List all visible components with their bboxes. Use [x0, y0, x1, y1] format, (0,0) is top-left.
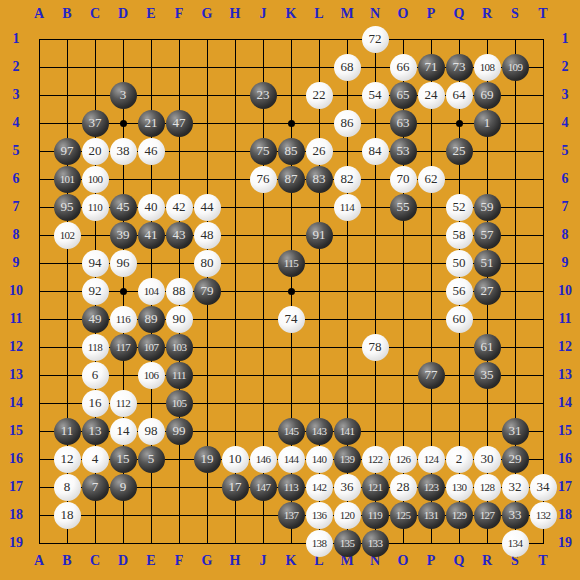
- go-stone-white-54: 54: [362, 82, 389, 109]
- move-number: 53: [397, 143, 410, 159]
- go-stone-black-113: 113: [278, 474, 305, 501]
- move-number: 119: [368, 509, 382, 521]
- go-stone-white-110: 110: [82, 194, 109, 221]
- move-number: 140: [312, 453, 327, 465]
- go-stone-black-79: 79: [194, 278, 221, 305]
- go-stone-white-18: 18: [54, 502, 81, 529]
- move-number: 47: [173, 115, 186, 131]
- go-stone-black-145: 145: [278, 418, 305, 445]
- column-label-bottom-q: Q: [445, 548, 473, 574]
- column-label-top-d: D: [109, 1, 137, 27]
- column-label-top-b: B: [53, 1, 81, 27]
- column-label-top-e: E: [137, 1, 165, 27]
- go-stone-white-136: 136: [306, 502, 333, 529]
- go-stone-black-9: 9: [110, 474, 137, 501]
- go-stone-black-57: 57: [474, 222, 501, 249]
- go-stone-black-77: 77: [418, 362, 445, 389]
- go-stone-white-32: 32: [502, 474, 529, 501]
- column-label-top-m: M: [333, 1, 361, 27]
- move-number: 30: [481, 451, 494, 467]
- move-number: 141: [340, 425, 355, 437]
- go-stone-black-75: 75: [250, 138, 277, 165]
- go-stone-white-44: 44: [194, 194, 221, 221]
- go-stone-white-2: 2: [446, 446, 473, 473]
- row-label-left-8: 8: [2, 221, 30, 249]
- move-number: 103: [172, 341, 187, 353]
- move-number: 105: [172, 397, 187, 409]
- move-number: 139: [340, 453, 355, 465]
- move-number: 132: [536, 509, 551, 521]
- move-number: 125: [396, 509, 411, 521]
- move-number: 21: [145, 115, 158, 131]
- row-label-left-18: 18: [2, 501, 30, 529]
- move-number: 62: [425, 171, 438, 187]
- move-number: 86: [341, 115, 354, 131]
- go-stone-white-140: 140: [306, 446, 333, 473]
- move-number: 3: [120, 87, 127, 103]
- move-number: 4: [92, 451, 99, 467]
- move-number: 120: [340, 509, 355, 521]
- row-label-left-4: 4: [2, 109, 30, 137]
- column-label-top-f: F: [165, 1, 193, 27]
- go-stone-black-103: 103: [166, 334, 193, 361]
- go-stone-white-56: 56: [446, 278, 473, 305]
- move-number: 73: [453, 59, 466, 75]
- row-label-left-5: 5: [2, 137, 30, 165]
- row-label-right-9: 9: [551, 249, 579, 277]
- move-number: 9: [120, 479, 127, 495]
- move-number: 35: [481, 367, 494, 383]
- column-label-bottom-p: P: [417, 548, 445, 574]
- go-stone-black-129: 129: [446, 502, 473, 529]
- move-number: 96: [117, 255, 130, 271]
- go-stone-white-40: 40: [138, 194, 165, 221]
- move-number: 2: [456, 451, 463, 467]
- go-stone-white-128: 128: [474, 474, 501, 501]
- move-number: 99: [173, 423, 186, 439]
- go-stone-white-52: 52: [446, 194, 473, 221]
- move-number: 58: [453, 227, 466, 243]
- go-stone-black-11: 11: [54, 418, 81, 445]
- go-stone-black-53: 53: [390, 138, 417, 165]
- move-number: 79: [201, 283, 214, 299]
- go-stone-white-120: 120: [334, 502, 361, 529]
- row-label-left-17: 17: [2, 473, 30, 501]
- move-number: 118: [88, 341, 102, 353]
- go-stone-black-127: 127: [474, 502, 501, 529]
- go-stone-black-117: 117: [110, 334, 137, 361]
- row-label-left-14: 14: [2, 389, 30, 417]
- move-number: 49: [89, 311, 102, 327]
- move-number: 129: [452, 509, 467, 521]
- move-number: 71: [425, 59, 438, 75]
- move-number: 41: [145, 227, 158, 243]
- row-label-left-2: 2: [2, 53, 30, 81]
- move-number: 48: [201, 227, 214, 243]
- go-stone-white-26: 26: [306, 138, 333, 165]
- move-number: 10: [229, 451, 242, 467]
- column-label-top-q: Q: [445, 1, 473, 27]
- move-number: 130: [452, 481, 467, 493]
- move-number: 126: [396, 453, 411, 465]
- move-number: 36: [341, 479, 354, 495]
- go-stone-white-102: 102: [54, 222, 81, 249]
- move-number: 18: [61, 507, 74, 523]
- go-stone-black-89: 89: [138, 306, 165, 333]
- go-stone-white-50: 50: [446, 250, 473, 277]
- go-stone-black-45: 45: [110, 194, 137, 221]
- move-number: 16: [89, 395, 102, 411]
- move-number: 65: [397, 87, 410, 103]
- go-stone-white-86: 86: [334, 110, 361, 137]
- move-number: 69: [481, 87, 494, 103]
- move-number: 127: [480, 509, 495, 521]
- go-stone-white-126: 126: [390, 446, 417, 473]
- go-stone-black-51: 51: [474, 250, 501, 277]
- column-label-bottom-d: D: [109, 548, 137, 574]
- move-number: 131: [424, 509, 439, 521]
- column-label-top-g: G: [193, 1, 221, 27]
- column-label-top-r: R: [473, 1, 501, 27]
- row-label-left-11: 11: [2, 305, 30, 333]
- go-stone-black-137: 137: [278, 502, 305, 529]
- go-stone-black-19: 19: [194, 446, 221, 473]
- move-number: 146: [256, 453, 271, 465]
- go-stone-white-28: 28: [390, 474, 417, 501]
- go-stone-white-16: 16: [82, 390, 109, 417]
- go-board: 1234567891011121314151617181920212223242…: [0, 0, 580, 580]
- move-number: 75: [257, 143, 270, 159]
- go-stone-white-100: 100: [82, 166, 109, 193]
- move-number: 23: [257, 87, 270, 103]
- hoshi-point-k10: [288, 288, 295, 295]
- move-number: 64: [453, 87, 466, 103]
- go-stone-black-73: 73: [446, 54, 473, 81]
- move-number: 108: [480, 61, 495, 73]
- column-label-top-s: S: [501, 1, 529, 27]
- move-number: 107: [144, 341, 159, 353]
- go-stone-black-63: 63: [390, 110, 417, 137]
- go-stone-black-101: 101: [54, 166, 81, 193]
- go-stone-black-139: 139: [334, 446, 361, 473]
- move-number: 7: [92, 479, 99, 495]
- move-number: 110: [88, 201, 102, 213]
- go-stone-white-84: 84: [362, 138, 389, 165]
- go-stone-white-48: 48: [194, 222, 221, 249]
- column-label-top-n: N: [361, 1, 389, 27]
- move-number: 137: [284, 509, 299, 521]
- move-number: 98: [145, 423, 158, 439]
- go-stone-black-83: 83: [306, 166, 333, 193]
- go-stone-white-20: 20: [82, 138, 109, 165]
- column-label-top-k: K: [277, 1, 305, 27]
- go-stone-white-24: 24: [418, 82, 445, 109]
- move-number: 122: [368, 453, 383, 465]
- move-number: 29: [509, 451, 522, 467]
- move-number: 147: [256, 481, 271, 493]
- move-number: 70: [397, 171, 410, 187]
- row-label-left-13: 13: [2, 361, 30, 389]
- go-stone-black-21: 21: [138, 110, 165, 137]
- move-number: 121: [368, 481, 383, 493]
- move-number: 144: [284, 453, 299, 465]
- go-stone-black-147: 147: [250, 474, 277, 501]
- go-stone-black-35: 35: [474, 362, 501, 389]
- go-stone-white-12: 12: [54, 446, 81, 473]
- go-stone-white-114: 114: [334, 194, 361, 221]
- hoshi-point-q4: [456, 120, 463, 127]
- move-number: 114: [340, 201, 354, 213]
- row-label-right-2: 2: [551, 53, 579, 81]
- row-label-right-10: 10: [551, 277, 579, 305]
- move-number: 94: [89, 255, 102, 271]
- move-number: 106: [144, 369, 159, 381]
- go-stone-black-17: 17: [222, 474, 249, 501]
- move-number: 77: [425, 367, 438, 383]
- column-label-top-c: C: [81, 1, 109, 27]
- go-stone-white-116: 116: [110, 306, 137, 333]
- move-number: 84: [369, 143, 382, 159]
- go-stone-white-34: 34: [530, 474, 557, 501]
- move-number: 123: [424, 481, 439, 493]
- row-label-right-4: 4: [551, 109, 579, 137]
- move-number: 66: [397, 59, 410, 75]
- go-stone-black-31: 31: [502, 418, 529, 445]
- column-label-bottom-r: R: [473, 548, 501, 574]
- go-stone-black-1: 1: [474, 110, 501, 137]
- move-number: 33: [509, 507, 522, 523]
- go-stone-black-97: 97: [54, 138, 81, 165]
- go-stone-black-143: 143: [306, 418, 333, 445]
- go-stone-black-115: 115: [278, 250, 305, 277]
- move-number: 11: [61, 423, 74, 439]
- move-number: 145: [284, 425, 299, 437]
- move-number: 80: [201, 255, 214, 271]
- row-label-right-1: 1: [551, 25, 579, 53]
- move-number: 55: [397, 199, 410, 215]
- move-number: 101: [60, 173, 75, 185]
- move-number: 46: [145, 143, 158, 159]
- move-number: 24: [425, 87, 438, 103]
- move-number: 112: [116, 397, 130, 409]
- column-label-top-l: L: [305, 1, 333, 27]
- go-stone-black-5: 5: [138, 446, 165, 473]
- column-label-top-p: P: [417, 1, 445, 27]
- go-stone-white-74: 74: [278, 306, 305, 333]
- move-number: 8: [64, 479, 71, 495]
- column-label-bottom-k: K: [277, 548, 305, 574]
- go-stone-white-22: 22: [306, 82, 333, 109]
- move-number: 76: [257, 171, 270, 187]
- move-number: 56: [453, 283, 466, 299]
- go-stone-black-61: 61: [474, 334, 501, 361]
- move-number: 88: [173, 283, 186, 299]
- go-stone-black-43: 43: [166, 222, 193, 249]
- go-stone-black-85: 85: [278, 138, 305, 165]
- move-number: 95: [61, 199, 74, 215]
- column-label-top-j: J: [249, 1, 277, 27]
- go-stone-white-6: 6: [82, 362, 109, 389]
- go-stone-black-7: 7: [82, 474, 109, 501]
- go-stone-black-27: 27: [474, 278, 501, 305]
- go-stone-white-146: 146: [250, 446, 277, 473]
- row-label-left-10: 10: [2, 277, 30, 305]
- move-number: 5: [148, 451, 155, 467]
- move-number: 12: [61, 451, 74, 467]
- go-stone-black-69: 69: [474, 82, 501, 109]
- go-stone-black-87: 87: [278, 166, 305, 193]
- move-number: 1: [484, 115, 491, 131]
- go-stone-black-109: 109: [502, 54, 529, 81]
- go-stone-black-141: 141: [334, 418, 361, 445]
- row-label-right-12: 12: [551, 333, 579, 361]
- go-stone-black-91: 91: [306, 222, 333, 249]
- go-stone-white-36: 36: [334, 474, 361, 501]
- go-stone-white-42: 42: [166, 194, 193, 221]
- column-label-top-o: O: [389, 1, 417, 27]
- go-stone-white-8: 8: [54, 474, 81, 501]
- go-stone-white-78: 78: [362, 334, 389, 361]
- go-stone-white-132: 132: [530, 502, 557, 529]
- move-number: 134: [508, 537, 523, 549]
- column-label-bottom-e: E: [137, 548, 165, 574]
- row-label-left-1: 1: [2, 25, 30, 53]
- go-stone-black-121: 121: [362, 474, 389, 501]
- column-label-top-t: T: [529, 1, 557, 27]
- go-stone-white-88: 88: [166, 278, 193, 305]
- move-number: 128: [480, 481, 495, 493]
- move-number: 74: [285, 311, 298, 327]
- go-stone-black-111: 111: [166, 362, 193, 389]
- go-stone-black-133: 133: [362, 530, 389, 557]
- move-number: 34: [537, 479, 550, 495]
- move-number: 138: [312, 537, 327, 549]
- move-number: 117: [116, 341, 130, 353]
- move-number: 61: [481, 339, 494, 355]
- go-stone-black-13: 13: [82, 418, 109, 445]
- row-label-left-16: 16: [2, 445, 30, 473]
- move-number: 63: [397, 115, 410, 131]
- move-number: 13: [89, 423, 102, 439]
- move-number: 44: [201, 199, 214, 215]
- move-number: 22: [313, 87, 326, 103]
- go-stone-white-68: 68: [334, 54, 361, 81]
- go-stone-black-33: 33: [502, 502, 529, 529]
- go-stone-black-125: 125: [390, 502, 417, 529]
- hoshi-point-d10: [120, 288, 127, 295]
- go-stone-black-15: 15: [110, 446, 137, 473]
- go-stone-white-138: 138: [306, 530, 333, 557]
- move-number: 28: [397, 479, 410, 495]
- move-number: 111: [172, 369, 186, 381]
- column-label-bottom-b: B: [53, 548, 81, 574]
- row-label-right-7: 7: [551, 193, 579, 221]
- go-stone-black-55: 55: [390, 194, 417, 221]
- go-stone-white-38: 38: [110, 138, 137, 165]
- go-stone-white-94: 94: [82, 250, 109, 277]
- go-stone-white-58: 58: [446, 222, 473, 249]
- go-stone-black-3: 3: [110, 82, 137, 109]
- column-label-bottom-o: O: [389, 548, 417, 574]
- column-label-bottom-h: H: [221, 548, 249, 574]
- go-stone-black-119: 119: [362, 502, 389, 529]
- go-stone-white-46: 46: [138, 138, 165, 165]
- go-stone-black-59: 59: [474, 194, 501, 221]
- column-label-top-h: H: [221, 1, 249, 27]
- go-stone-black-123: 123: [418, 474, 445, 501]
- go-stone-black-135: 135: [334, 530, 361, 557]
- move-number: 39: [117, 227, 130, 243]
- go-stone-white-104: 104: [138, 278, 165, 305]
- move-number: 124: [424, 453, 439, 465]
- move-number: 78: [369, 339, 382, 355]
- move-number: 135: [340, 537, 355, 549]
- go-stone-white-72: 72: [362, 26, 389, 53]
- move-number: 19: [201, 451, 214, 467]
- go-stone-white-130: 130: [446, 474, 473, 501]
- row-label-left-3: 3: [2, 81, 30, 109]
- move-number: 45: [117, 199, 130, 215]
- row-label-left-6: 6: [2, 165, 30, 193]
- move-number: 17: [229, 479, 242, 495]
- go-stone-white-60: 60: [446, 306, 473, 333]
- move-number: 59: [481, 199, 494, 215]
- move-number: 57: [481, 227, 494, 243]
- go-board-intersections: 1234567891011121314151617181920212223242…: [25, 25, 557, 557]
- go-stone-white-108: 108: [474, 54, 501, 81]
- move-number: 32: [509, 479, 522, 495]
- row-label-right-15: 15: [551, 417, 579, 445]
- move-number: 100: [88, 173, 103, 185]
- go-stone-white-64: 64: [446, 82, 473, 109]
- go-stone-black-37: 37: [82, 110, 109, 137]
- row-label-right-6: 6: [551, 165, 579, 193]
- row-label-left-9: 9: [2, 249, 30, 277]
- row-label-right-11: 11: [551, 305, 579, 333]
- move-number: 133: [368, 537, 383, 549]
- row-label-right-3: 3: [551, 81, 579, 109]
- move-number: 85: [285, 143, 298, 159]
- go-stone-white-90: 90: [166, 306, 193, 333]
- go-stone-black-95: 95: [54, 194, 81, 221]
- move-number: 42: [173, 199, 186, 215]
- go-stone-white-70: 70: [390, 166, 417, 193]
- go-stone-white-142: 142: [306, 474, 333, 501]
- go-stone-black-99: 99: [166, 418, 193, 445]
- go-stone-white-96: 96: [110, 250, 137, 277]
- move-number: 15: [117, 451, 130, 467]
- go-stone-white-30: 30: [474, 446, 501, 473]
- row-label-right-16: 16: [551, 445, 579, 473]
- row-label-right-5: 5: [551, 137, 579, 165]
- move-number: 91: [313, 227, 326, 243]
- move-number: 37: [89, 115, 102, 131]
- move-number: 109: [508, 61, 523, 73]
- go-stone-black-49: 49: [82, 306, 109, 333]
- go-stone-black-47: 47: [166, 110, 193, 137]
- move-number: 83: [313, 171, 326, 187]
- go-stone-white-124: 124: [418, 446, 445, 473]
- move-number: 27: [481, 283, 494, 299]
- go-stone-white-144: 144: [278, 446, 305, 473]
- go-stone-white-14: 14: [110, 418, 137, 445]
- go-stone-black-105: 105: [166, 390, 193, 417]
- move-number: 20: [89, 143, 102, 159]
- go-stone-white-76: 76: [250, 166, 277, 193]
- move-number: 115: [284, 257, 298, 269]
- move-number: 113: [284, 481, 298, 493]
- move-number: 142: [312, 481, 327, 493]
